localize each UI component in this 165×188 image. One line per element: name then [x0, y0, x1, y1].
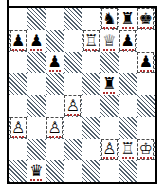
piece-baseline-mark — [12, 49, 24, 51]
square-g7[interactable]: ♟ — [119, 30, 137, 52]
square-d4[interactable]: ♙ — [64, 95, 82, 117]
square-c2[interactable] — [46, 139, 64, 161]
piece-baseline-mark — [140, 70, 152, 72]
square-h7[interactable] — [137, 30, 155, 52]
square-g3[interactable] — [119, 117, 137, 139]
square-d5[interactable] — [64, 73, 82, 95]
square-e1[interactable] — [82, 160, 100, 182]
square-e5[interactable] — [82, 73, 100, 95]
square-d6[interactable] — [64, 52, 82, 74]
piece-baseline-mark — [30, 49, 42, 51]
square-h1[interactable] — [137, 160, 155, 182]
square-b5[interactable] — [27, 73, 45, 95]
square-g2[interactable]: ♖ — [119, 139, 137, 161]
square-b1[interactable]: ♛ — [27, 160, 45, 182]
piece-white-queen[interactable]: ♕ — [102, 33, 116, 49]
square-a8[interactable] — [9, 8, 27, 30]
square-e7[interactable]: ♖ — [82, 30, 100, 52]
piece-baseline-mark — [30, 179, 42, 181]
square-d3[interactable] — [64, 117, 82, 139]
square-e3[interactable] — [82, 117, 100, 139]
square-h2[interactable]: ♔ — [137, 139, 155, 161]
piece-black-rook[interactable]: ♜ — [120, 11, 134, 27]
piece-black-queen[interactable]: ♛ — [29, 163, 43, 179]
piece-baseline-mark — [140, 27, 152, 29]
square-b2[interactable] — [27, 139, 45, 161]
square-a3[interactable]: ♙ — [9, 117, 27, 139]
square-e6[interactable] — [82, 52, 100, 74]
square-f3[interactable] — [100, 117, 118, 139]
square-a1[interactable] — [9, 160, 27, 182]
piece-baseline-mark — [103, 27, 115, 29]
piece-baseline-mark — [103, 49, 115, 51]
square-c1[interactable] — [46, 160, 64, 182]
square-a7[interactable]: ♟ — [9, 30, 27, 52]
chess-board-frame: ♞♜♚♟♟♖♕♟♟♟♜♙♙♙♙♖♔♛ — [7, 6, 157, 184]
square-h5[interactable] — [137, 73, 155, 95]
square-e4[interactable] — [82, 95, 100, 117]
square-f4[interactable] — [100, 95, 118, 117]
piece-baseline-mark — [122, 49, 134, 51]
piece-baseline-mark — [85, 49, 97, 51]
piece-baseline-mark — [67, 114, 79, 116]
piece-black-pawn[interactable]: ♟ — [29, 33, 43, 49]
square-d1[interactable] — [64, 160, 82, 182]
piece-baseline-mark — [103, 92, 115, 94]
square-f6[interactable] — [100, 52, 118, 74]
chess-board: ♞♜♚♟♟♖♕♟♟♟♜♙♙♙♙♖♔♛ — [9, 8, 155, 182]
piece-baseline-mark — [122, 157, 134, 159]
square-h4[interactable] — [137, 95, 155, 117]
square-e8[interactable] — [82, 8, 100, 30]
square-e2[interactable] — [82, 139, 100, 161]
square-f5[interactable]: ♜ — [100, 73, 118, 95]
square-d7[interactable] — [64, 30, 82, 52]
piece-baseline-mark — [49, 136, 61, 138]
square-a2[interactable] — [9, 139, 27, 161]
square-f1[interactable] — [100, 160, 118, 182]
square-h3[interactable] — [137, 117, 155, 139]
square-b3[interactable] — [27, 117, 45, 139]
square-c5[interactable] — [46, 73, 64, 95]
chess-diagram: ♞♜♚♟♟♖♕♟♟♟♜♙♙♙♙♖♔♛ — [0, 0, 165, 188]
square-b6[interactable] — [27, 52, 45, 74]
square-f2[interactable]: ♙ — [100, 139, 118, 161]
piece-baseline-mark — [12, 136, 24, 138]
square-d2[interactable] — [64, 139, 82, 161]
square-f8[interactable]: ♞ — [100, 8, 118, 30]
piece-baseline-mark — [122, 27, 134, 29]
piece-black-pawn[interactable]: ♟ — [47, 54, 61, 70]
square-b4[interactable] — [27, 95, 45, 117]
square-h6[interactable]: ♟ — [137, 52, 155, 74]
square-d8[interactable] — [64, 8, 82, 30]
square-f7[interactable]: ♕ — [100, 30, 118, 52]
square-c8[interactable] — [46, 8, 64, 30]
piece-baseline-mark — [103, 157, 115, 159]
square-c3[interactable]: ♙ — [46, 117, 64, 139]
square-b7[interactable]: ♟ — [27, 30, 45, 52]
piece-white-rook[interactable]: ♖ — [120, 141, 134, 157]
piece-baseline-mark — [140, 157, 152, 159]
square-g6[interactable] — [119, 52, 137, 74]
piece-baseline-mark — [49, 70, 61, 72]
piece-black-rook[interactable]: ♜ — [102, 76, 116, 92]
square-g1[interactable] — [119, 160, 137, 182]
square-a5[interactable] — [9, 73, 27, 95]
square-a4[interactable] — [9, 95, 27, 117]
square-b8[interactable] — [27, 8, 45, 30]
square-c7[interactable] — [46, 30, 64, 52]
square-a6[interactable] — [9, 52, 27, 74]
square-g5[interactable] — [119, 73, 137, 95]
square-h8[interactable]: ♚ — [137, 8, 155, 30]
square-c4[interactable] — [46, 95, 64, 117]
square-c6[interactable]: ♟ — [46, 52, 64, 74]
square-g4[interactable] — [119, 95, 137, 117]
square-g8[interactable]: ♜ — [119, 8, 137, 30]
